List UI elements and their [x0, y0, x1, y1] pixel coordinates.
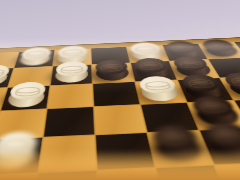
- square-c6[interactable]: [48, 84, 93, 108]
- square-c7[interactable]: ⛀: [51, 65, 92, 85]
- square-c4[interactable]: [39, 135, 96, 172]
- white-checker-piece[interactable]: ⛀: [6, 88, 46, 108]
- square-b4[interactable]: ⛀: [0, 138, 42, 175]
- white-man-glyph: ⛀: [55, 61, 88, 77]
- white-checker-piece[interactable]: ⛀: [55, 66, 89, 83]
- square-d4[interactable]: [96, 133, 155, 170]
- black-man-glyph: ⛂: [164, 41, 199, 54]
- square-b3[interactable]: [0, 174, 37, 180]
- square-d3[interactable]: [98, 168, 165, 180]
- black-man-glyph: ⛂: [95, 59, 129, 75]
- square-c5[interactable]: [44, 107, 94, 137]
- white-man-glyph: ⛀: [57, 45, 87, 59]
- white-man-glyph: ⛀: [129, 42, 162, 55]
- square-d6[interactable]: [93, 82, 139, 106]
- board-rim: ⛀⛀⛀⛂⛂⛀⛀⛂⛂⛂⛀⛀⛂⛂⛂⛀⛂⛂: [0, 36, 240, 180]
- white-checker-piece[interactable]: ⛀: [18, 52, 51, 66]
- black-checker-piece[interactable]: ⛂: [96, 65, 131, 82]
- square-c3[interactable]: [33, 171, 98, 180]
- white-man-glyph: ⛀: [0, 131, 39, 160]
- checkers-board: ⛀⛀⛀⛂⛂⛀⛀⛂⛂⛂⛀⛀⛂⛂⛂⛀⛂⛂: [0, 36, 240, 180]
- checkers-photo-scene: ⛀⛀⛀⛂⛂⛀⛀⛂⛂⛂⛀⛀⛂⛂⛂⛀⛂⛂: [0, 0, 240, 180]
- black-man-glyph: ⛂: [200, 39, 238, 52]
- black-checker-piece[interactable]: ⛂: [203, 43, 240, 57]
- white-checker-piece[interactable]: ⛀: [140, 82, 182, 102]
- white-man-glyph: ⛀: [20, 47, 52, 61]
- square-d5[interactable]: [94, 105, 146, 134]
- white-checker-piece[interactable]: ⛀: [0, 141, 37, 172]
- square-b8[interactable]: ⛀: [15, 50, 55, 68]
- black-checker-piece[interactable]: ⛂: [206, 131, 240, 161]
- square-b6[interactable]: ⛀: [1, 86, 49, 111]
- black-checker-piece[interactable]: ⛂: [153, 133, 207, 163]
- board-grid: ⛀⛀⛀⛂⛂⛀⛀⛂⛂⛂⛀⛀⛂⛂⛂⛀⛂⛂: [0, 40, 240, 180]
- square-d7[interactable]: ⛂: [92, 63, 134, 83]
